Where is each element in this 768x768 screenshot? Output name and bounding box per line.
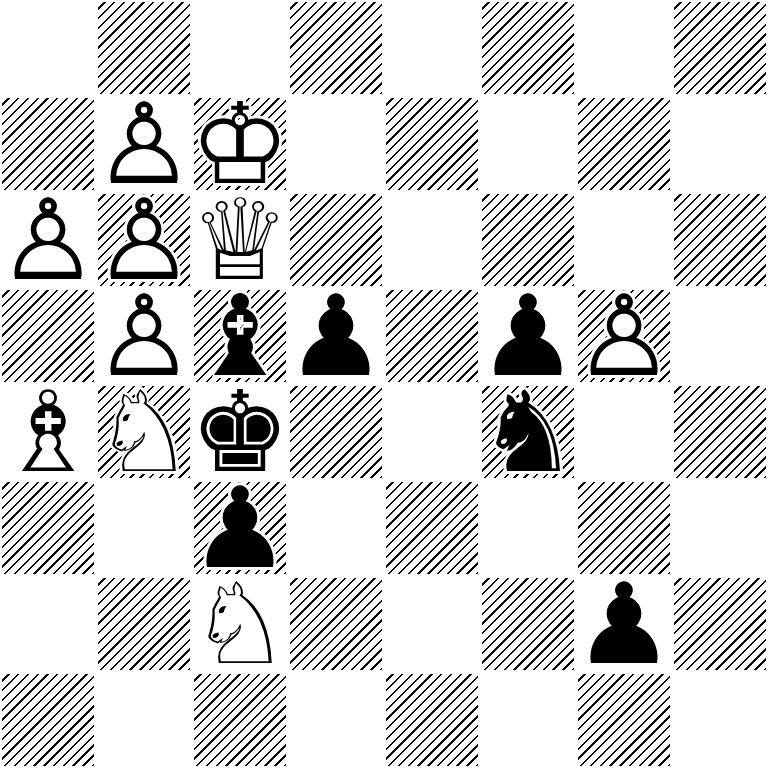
square-f8[interactable] <box>480 0 576 96</box>
square-b1[interactable] <box>96 672 192 768</box>
square-f6[interactable] <box>480 192 576 288</box>
square-a2[interactable] <box>0 576 96 672</box>
piece-white-knight-halo: ♞ <box>96 384 192 480</box>
square-g7[interactable] <box>576 96 672 192</box>
square-e2[interactable] <box>384 576 480 672</box>
square-c2[interactable]: ♞♘ <box>192 576 288 672</box>
square-h6[interactable] <box>672 192 768 288</box>
square-b8[interactable] <box>96 0 192 96</box>
square-c4[interactable]: ♚ <box>192 384 288 480</box>
square-a5[interactable] <box>0 288 96 384</box>
square-g1[interactable] <box>576 672 672 768</box>
square-h7[interactable] <box>672 96 768 192</box>
square-e8[interactable] <box>384 0 480 96</box>
square-a3[interactable] <box>0 480 96 576</box>
piece-white-pawn: ♙ <box>96 192 192 288</box>
piece-white-knight: ♘ <box>96 384 192 480</box>
square-e3[interactable] <box>384 480 480 576</box>
square-g2[interactable]: ♟ <box>576 576 672 672</box>
piece-black-pawn: ♟ <box>480 288 576 384</box>
square-d6[interactable] <box>288 192 384 288</box>
square-c8[interactable] <box>192 0 288 96</box>
piece-white-bishop: ♗ <box>0 384 96 480</box>
piece-white-pawn: ♙ <box>0 192 96 288</box>
square-a8[interactable] <box>0 0 96 96</box>
square-f4[interactable]: ♞ <box>480 384 576 480</box>
piece-black-pawn: ♟ <box>576 576 672 672</box>
piece-white-knight-halo: ♞ <box>192 576 288 672</box>
square-d4[interactable] <box>288 384 384 480</box>
square-b4[interactable]: ♞♘ <box>96 384 192 480</box>
square-b6[interactable]: ♟♙ <box>96 192 192 288</box>
piece-black-pawn: ♟ <box>192 480 288 576</box>
square-b3[interactable] <box>96 480 192 576</box>
square-f7[interactable] <box>480 96 576 192</box>
square-h8[interactable] <box>672 0 768 96</box>
piece-white-pawn-halo: ♟ <box>96 288 192 384</box>
square-g8[interactable] <box>576 0 672 96</box>
square-f1[interactable] <box>480 672 576 768</box>
square-a1[interactable] <box>0 672 96 768</box>
piece-white-queen: ♕ <box>192 192 288 288</box>
piece-white-pawn-halo: ♟ <box>96 192 192 288</box>
square-h3[interactable] <box>672 480 768 576</box>
piece-black-king: ♚ <box>192 384 288 480</box>
square-b2[interactable] <box>96 576 192 672</box>
square-d8[interactable] <box>288 0 384 96</box>
piece-white-bishop-halo: ♝ <box>0 384 96 480</box>
square-a7[interactable] <box>0 96 96 192</box>
piece-white-pawn: ♙ <box>576 288 672 384</box>
piece-black-pawn: ♟ <box>288 288 384 384</box>
square-c6[interactable]: ♛♕ <box>192 192 288 288</box>
square-c7[interactable]: ♚♔ <box>192 96 288 192</box>
square-h1[interactable] <box>672 672 768 768</box>
square-f2[interactable] <box>480 576 576 672</box>
square-c3[interactable]: ♟ <box>192 480 288 576</box>
square-b7[interactable]: ♟♙ <box>96 96 192 192</box>
square-a6[interactable]: ♟♙ <box>0 192 96 288</box>
piece-black-knight: ♞ <box>480 384 576 480</box>
square-h2[interactable] <box>672 576 768 672</box>
square-e1[interactable] <box>384 672 480 768</box>
square-h5[interactable] <box>672 288 768 384</box>
square-d2[interactable] <box>288 576 384 672</box>
square-a4[interactable]: ♝♗ <box>0 384 96 480</box>
square-g3[interactable] <box>576 480 672 576</box>
piece-white-king: ♔ <box>192 96 288 192</box>
chess-board: ♟♙♚♔♟♙♟♙♛♕♟♙♝♟♟♟♙♝♗♞♘♚♞♟♞♘♟ <box>0 0 768 768</box>
square-c1[interactable] <box>192 672 288 768</box>
square-f5[interactable]: ♟ <box>480 288 576 384</box>
piece-white-pawn-halo: ♟ <box>0 192 96 288</box>
piece-white-pawn-halo: ♟ <box>96 96 192 192</box>
square-e4[interactable] <box>384 384 480 480</box>
square-d1[interactable] <box>288 672 384 768</box>
square-e5[interactable] <box>384 288 480 384</box>
square-h4[interactable] <box>672 384 768 480</box>
square-g6[interactable] <box>576 192 672 288</box>
square-b5[interactable]: ♟♙ <box>96 288 192 384</box>
piece-black-bishop: ♝ <box>192 288 288 384</box>
piece-white-pawn: ♙ <box>96 96 192 192</box>
piece-white-king-halo: ♚ <box>192 96 288 192</box>
piece-white-pawn: ♙ <box>96 288 192 384</box>
square-f3[interactable] <box>480 480 576 576</box>
square-d7[interactable] <box>288 96 384 192</box>
piece-white-queen-halo: ♛ <box>192 192 288 288</box>
square-c5[interactable]: ♝ <box>192 288 288 384</box>
piece-white-knight: ♘ <box>192 576 288 672</box>
square-d3[interactable] <box>288 480 384 576</box>
square-e7[interactable] <box>384 96 480 192</box>
square-e6[interactable] <box>384 192 480 288</box>
square-g4[interactable] <box>576 384 672 480</box>
piece-white-pawn-halo: ♟ <box>576 288 672 384</box>
square-g5[interactable]: ♟♙ <box>576 288 672 384</box>
square-d5[interactable]: ♟ <box>288 288 384 384</box>
